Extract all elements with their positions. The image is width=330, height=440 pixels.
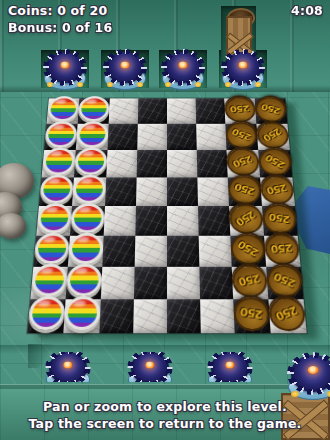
gear-cog-icon bbox=[46, 52, 84, 83]
boulder bbox=[0, 213, 26, 239]
bonus-disc bbox=[70, 203, 105, 233]
gear-turret bbox=[221, 52, 265, 92]
board-square-h4: 250 bbox=[262, 206, 298, 236]
coin-value-label: 250 bbox=[230, 104, 250, 114]
bonus-disc bbox=[44, 121, 77, 147]
gear-cog-icon bbox=[49, 352, 88, 384]
coin-value-label: 250 bbox=[238, 273, 262, 289]
board-square-e3 bbox=[167, 236, 199, 267]
board-square-g1: 250 bbox=[233, 299, 271, 333]
board-square-b8 bbox=[78, 98, 110, 123]
board-square-d5 bbox=[136, 177, 167, 206]
gear-cog-icon bbox=[164, 52, 202, 83]
board-square-a6 bbox=[42, 150, 76, 177]
bonus-disc bbox=[72, 175, 106, 203]
board-square-f5 bbox=[197, 177, 229, 206]
coin-value-label: 250 bbox=[262, 127, 284, 144]
bonus-disc bbox=[37, 203, 73, 233]
bonus-disc bbox=[74, 148, 107, 175]
board-square-h1: 250 bbox=[268, 299, 306, 333]
bonus-disc bbox=[34, 233, 70, 264]
gear-cog-icon bbox=[211, 352, 250, 384]
board-square-g8: 250 bbox=[224, 98, 256, 123]
bonus-disc bbox=[28, 296, 66, 330]
board-square-a3 bbox=[33, 236, 70, 267]
board-square-c4 bbox=[104, 206, 136, 236]
board-square-h8: 250 bbox=[255, 98, 288, 123]
coin-250: 250 bbox=[261, 202, 297, 236]
board-square-e7 bbox=[167, 124, 197, 150]
gear-center-light bbox=[120, 62, 129, 69]
board-square-h2: 250 bbox=[266, 267, 303, 299]
board-square-f3 bbox=[199, 236, 232, 267]
board-square-d2 bbox=[134, 267, 167, 299]
gear-turret bbox=[43, 52, 87, 92]
coin-value-label: 250 bbox=[236, 239, 260, 259]
board-square-e4 bbox=[167, 206, 199, 236]
board-square-h5: 250 bbox=[260, 177, 295, 206]
bonus-disc bbox=[76, 121, 109, 147]
board-square-e5 bbox=[167, 177, 198, 206]
board-square-d6 bbox=[137, 150, 167, 177]
board-square-e6 bbox=[167, 150, 197, 177]
board-square-c5 bbox=[105, 177, 137, 206]
gear-turret bbox=[287, 355, 330, 402]
board-square-c7 bbox=[107, 124, 137, 150]
gear-cog-icon bbox=[291, 355, 330, 392]
coin-value-label: 250 bbox=[240, 306, 263, 321]
coin-250: 250 bbox=[232, 295, 271, 334]
board-square-c6 bbox=[106, 150, 137, 177]
board-square-c1 bbox=[99, 299, 134, 333]
bonus-disc bbox=[66, 264, 103, 296]
coin-250: 250 bbox=[252, 94, 289, 126]
board-square-f4 bbox=[198, 206, 230, 236]
board-square-h6: 250 bbox=[258, 150, 292, 177]
board-square-d4 bbox=[135, 206, 167, 236]
coin-value-label: 250 bbox=[234, 209, 258, 228]
coin-250: 250 bbox=[229, 262, 272, 300]
board-square-e1 bbox=[167, 299, 201, 333]
gear-turret bbox=[103, 52, 147, 92]
board-square-c3 bbox=[102, 236, 135, 267]
gear-cog-icon bbox=[224, 52, 262, 83]
board-square-b4 bbox=[70, 206, 105, 236]
bonus-counter: Bonus: 0 of 16 bbox=[8, 20, 112, 35]
board-square-a5 bbox=[39, 177, 74, 206]
board-square-g6: 250 bbox=[227, 150, 261, 177]
coin-value-label: 250 bbox=[271, 243, 294, 256]
board-square-a7 bbox=[44, 124, 77, 150]
bonus-disc bbox=[64, 296, 101, 330]
board-square-h7: 250 bbox=[256, 124, 289, 150]
coin-250: 250 bbox=[257, 173, 297, 207]
board-square-b5 bbox=[72, 177, 106, 206]
coin-value-label: 250 bbox=[272, 272, 297, 291]
hint-line-1: Pan or zoom to explore this level. bbox=[0, 399, 330, 414]
coin-value-label: 250 bbox=[232, 154, 255, 169]
bonus-disc bbox=[47, 96, 80, 121]
board-square-a1 bbox=[27, 299, 65, 333]
board-square-b6 bbox=[74, 150, 108, 177]
timer: 4:08 bbox=[291, 3, 323, 18]
board-square-g3: 250 bbox=[230, 236, 266, 267]
board-square-f2 bbox=[199, 267, 233, 299]
coin-value-label: 250 bbox=[233, 182, 256, 197]
board-square-b3 bbox=[68, 236, 104, 267]
board-square-f7 bbox=[196, 124, 226, 150]
gear-center-light bbox=[60, 62, 69, 69]
coin-250: 250 bbox=[264, 292, 312, 336]
coin-250: 250 bbox=[263, 233, 302, 266]
board-square-e2 bbox=[167, 267, 200, 299]
bonus-disc bbox=[68, 233, 104, 264]
coin-250: 250 bbox=[224, 172, 264, 208]
bonus-disc bbox=[78, 96, 110, 121]
board-square-d3 bbox=[135, 236, 167, 267]
gear-teeth bbox=[287, 352, 330, 395]
board-square-f8 bbox=[196, 98, 226, 123]
coin-value-label: 250 bbox=[230, 128, 252, 143]
board-square-g4: 250 bbox=[229, 206, 264, 236]
board-square-a2 bbox=[30, 267, 67, 299]
gear-center-light bbox=[238, 62, 247, 69]
board-square-c8 bbox=[109, 98, 139, 123]
gear-center-light bbox=[308, 366, 319, 374]
board-square-b2 bbox=[66, 267, 103, 299]
gear-cog-icon bbox=[106, 52, 144, 83]
board-square-a4 bbox=[36, 206, 72, 236]
gear-turret bbox=[161, 52, 205, 92]
board-square-e8 bbox=[167, 98, 196, 123]
board-square-g5: 250 bbox=[228, 177, 262, 206]
board-square-d8 bbox=[138, 98, 167, 123]
coins-counter: Coins: 0 of 20 bbox=[8, 3, 107, 18]
gear-cog-icon bbox=[131, 352, 170, 384]
board-square-d7 bbox=[137, 124, 167, 150]
board-square-a8 bbox=[47, 98, 80, 123]
gear-center-light bbox=[178, 62, 187, 69]
board-square-h3: 250 bbox=[264, 236, 301, 267]
board-square-f1 bbox=[200, 299, 235, 333]
coin-value-label: 250 bbox=[274, 305, 299, 324]
board-square-b7 bbox=[76, 124, 109, 150]
hint-line-2: Tap the screen to return to the game. bbox=[0, 416, 330, 431]
board-square-c2 bbox=[101, 267, 135, 299]
coin-value-label: 250 bbox=[269, 212, 291, 226]
board-square-g7: 250 bbox=[225, 124, 258, 150]
board-square-g2: 250 bbox=[232, 267, 269, 299]
coin-value-label: 250 bbox=[266, 183, 289, 197]
bonus-disc bbox=[42, 148, 76, 175]
board-square-b1 bbox=[63, 299, 101, 333]
level-overview-screen[interactable]: 2502502502502502502502502502502502502502… bbox=[0, 0, 330, 440]
bonus-disc bbox=[39, 175, 74, 203]
board-square-d1 bbox=[133, 299, 167, 333]
bonus-disc bbox=[31, 264, 68, 296]
coin-value-label: 250 bbox=[263, 153, 286, 171]
board-square-f6 bbox=[197, 150, 228, 177]
board: 2502502502502502502502502502502502502502… bbox=[26, 98, 308, 335]
coin-250: 250 bbox=[223, 96, 257, 123]
coin-value-label: 250 bbox=[260, 103, 281, 117]
